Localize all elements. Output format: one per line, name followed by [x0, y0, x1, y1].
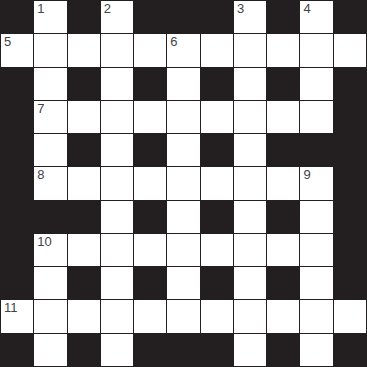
cell-r7-c2[interactable]: [68, 234, 100, 266]
cell-r7-c7[interactable]: [234, 234, 266, 266]
cell-r1-c2[interactable]: [68, 34, 100, 66]
cell-r1-c1[interactable]: [34, 34, 66, 66]
cell-r3-c3[interactable]: [101, 101, 133, 133]
block-r10-c5: [167, 334, 199, 366]
block-r2-c0: [1, 68, 33, 100]
cell-r1-c3[interactable]: [101, 34, 133, 66]
cell-r8-c7[interactable]: [234, 267, 266, 299]
clue-number-7: 7: [37, 102, 44, 116]
block-r8-c10: [334, 267, 366, 299]
crossword-board: 1234567891011: [0, 0, 367, 367]
cell-r3-c4[interactable]: [134, 101, 166, 133]
cell-r9-c0[interactable]: 11: [1, 300, 33, 332]
cell-r1-c7[interactable]: [234, 34, 266, 66]
cell-r5-c1[interactable]: 8: [34, 167, 66, 199]
block-r6-c0: [1, 201, 33, 233]
block-r6-c6: [201, 201, 233, 233]
cell-r10-c7[interactable]: [234, 334, 266, 366]
block-r2-c8: [267, 68, 299, 100]
cell-r3-c5[interactable]: [167, 101, 199, 133]
cell-r2-c1[interactable]: [34, 68, 66, 100]
cell-r1-c9[interactable]: [300, 34, 332, 66]
block-r6-c10: [334, 201, 366, 233]
block-r4-c4: [134, 134, 166, 166]
block-r4-c0: [1, 134, 33, 166]
block-r10-c4: [134, 334, 166, 366]
block-r2-c2: [68, 68, 100, 100]
cell-r5-c6[interactable]: [201, 167, 233, 199]
cell-r9-c4[interactable]: [134, 300, 166, 332]
clue-number-9: 9: [303, 168, 310, 182]
block-r8-c2: [68, 267, 100, 299]
block-r0-c4: [134, 1, 166, 33]
block-r0-c10: [334, 1, 366, 33]
cell-r5-c9[interactable]: 9: [300, 167, 332, 199]
block-r0-c2: [68, 1, 100, 33]
cell-r9-c8[interactable]: [267, 300, 299, 332]
block-r10-c2: [68, 334, 100, 366]
clue-number-3: 3: [237, 2, 244, 16]
cell-r7-c9[interactable]: [300, 234, 332, 266]
cell-r4-c1[interactable]: [34, 134, 66, 166]
block-r2-c6: [201, 68, 233, 100]
cell-r5-c5[interactable]: [167, 167, 199, 199]
clue-number-6: 6: [170, 35, 177, 49]
cell-r4-c7[interactable]: [234, 134, 266, 166]
block-r0-c5: [167, 1, 199, 33]
clue-number-1: 1: [37, 2, 44, 16]
cell-r5-c4[interactable]: [134, 167, 166, 199]
cell-r3-c7[interactable]: [234, 101, 266, 133]
cell-r3-c8[interactable]: [267, 101, 299, 133]
cell-r7-c6[interactable]: [201, 234, 233, 266]
cell-r9-c6[interactable]: [201, 300, 233, 332]
block-r5-c10: [334, 167, 366, 199]
cell-r5-c3[interactable]: [101, 167, 133, 199]
block-r4-c9: [300, 134, 332, 166]
block-r3-c10: [334, 101, 366, 133]
block-r4-c10: [334, 134, 366, 166]
block-r6-c2: [68, 201, 100, 233]
cell-r10-c3[interactable]: [101, 334, 133, 366]
cell-r1-c0[interactable]: 5: [1, 34, 33, 66]
cell-r1-c5[interactable]: 6: [167, 34, 199, 66]
cell-r7-c5[interactable]: [167, 234, 199, 266]
block-r2-c4: [134, 68, 166, 100]
block-r2-c10: [334, 68, 366, 100]
cell-r9-c10[interactable]: [334, 300, 366, 332]
cell-r1-c10[interactable]: [334, 34, 366, 66]
block-r10-c0: [1, 334, 33, 366]
block-r6-c8: [267, 201, 299, 233]
clue-number-11: 11: [4, 301, 18, 315]
cell-r7-c4[interactable]: [134, 234, 166, 266]
cell-r2-c9[interactable]: [300, 68, 332, 100]
cell-r8-c3[interactable]: [101, 267, 133, 299]
cell-r3-c6[interactable]: [201, 101, 233, 133]
cell-r0-c7[interactable]: 3: [234, 1, 266, 33]
cell-r5-c7[interactable]: [234, 167, 266, 199]
cell-r6-c3[interactable]: [101, 201, 133, 233]
cell-r6-c7[interactable]: [234, 201, 266, 233]
cell-r1-c4[interactable]: [134, 34, 166, 66]
cell-r9-c9[interactable]: [300, 300, 332, 332]
cell-r10-c1[interactable]: [34, 334, 66, 366]
clue-number-4: 4: [303, 2, 310, 16]
cell-r2-c3[interactable]: [101, 68, 133, 100]
cell-r7-c8[interactable]: [267, 234, 299, 266]
block-r0-c0: [1, 1, 33, 33]
cell-r4-c5[interactable]: [167, 134, 199, 166]
block-r7-c0: [1, 234, 33, 266]
block-r6-c4: [134, 201, 166, 233]
cell-r6-c5[interactable]: [167, 201, 199, 233]
cell-r5-c2[interactable]: [68, 167, 100, 199]
block-r7-c10: [334, 234, 366, 266]
cell-r2-c5[interactable]: [167, 68, 199, 100]
block-r6-c1: [34, 201, 66, 233]
block-r4-c6: [201, 134, 233, 166]
cell-r5-c8[interactable]: [267, 167, 299, 199]
block-r8-c4: [134, 267, 166, 299]
cell-r3-c2[interactable]: [68, 101, 100, 133]
cell-r7-c3[interactable]: [101, 234, 133, 266]
block-r0-c8: [267, 1, 299, 33]
block-r4-c2: [68, 134, 100, 166]
cell-r4-c3[interactable]: [101, 134, 133, 166]
cell-r0-c3[interactable]: 2: [101, 1, 133, 33]
cell-r10-c9[interactable]: [300, 334, 332, 366]
cell-r8-c9[interactable]: [300, 267, 332, 299]
block-r4-c8: [267, 134, 299, 166]
cell-r9-c2[interactable]: [68, 300, 100, 332]
cell-r7-c1[interactable]: 10: [34, 234, 66, 266]
cell-r1-c8[interactable]: [267, 34, 299, 66]
block-r0-c6: [201, 1, 233, 33]
block-r8-c6: [201, 267, 233, 299]
cell-r0-c1[interactable]: 1: [34, 1, 66, 33]
cell-r3-c9[interactable]: [300, 101, 332, 133]
cell-r9-c1[interactable]: [34, 300, 66, 332]
block-r10-c8: [267, 334, 299, 366]
cell-r8-c1[interactable]: [34, 267, 66, 299]
cell-r0-c9[interactable]: 4: [300, 1, 332, 33]
cell-r2-c7[interactable]: [234, 68, 266, 100]
block-r8-c0: [1, 267, 33, 299]
cell-r8-c5[interactable]: [167, 267, 199, 299]
block-r10-c6: [201, 334, 233, 366]
cell-r3-c1[interactable]: 7: [34, 101, 66, 133]
block-r10-c10: [334, 334, 366, 366]
clue-number-2: 2: [104, 2, 111, 16]
clue-number-5: 5: [4, 35, 11, 49]
clue-number-10: 10: [37, 235, 51, 249]
clue-number-8: 8: [37, 168, 44, 182]
block-r8-c8: [267, 267, 299, 299]
block-r3-c0: [1, 101, 33, 133]
block-r5-c0: [1, 167, 33, 199]
cell-r6-c9[interactable]: [300, 201, 332, 233]
cell-r9-c7[interactable]: [234, 300, 266, 332]
cell-r9-c5[interactable]: [167, 300, 199, 332]
cell-r1-c6[interactable]: [201, 34, 233, 66]
cell-r9-c3[interactable]: [101, 300, 133, 332]
